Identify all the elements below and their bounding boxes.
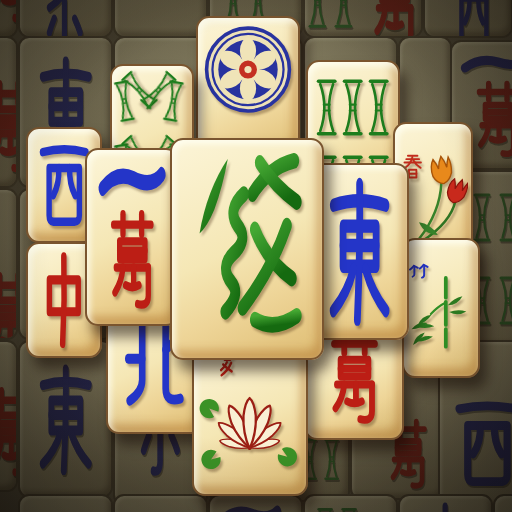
spool-glyph [333,0,354,30]
spool-glyph [341,75,364,140]
tile-east-wind[interactable] [311,163,409,340]
bg-tile-plain [113,0,208,38]
spool-glyph [316,502,334,512]
fa-glyph [186,151,309,347]
east-glyph [33,364,99,475]
spool-glyph [498,181,512,254]
tile-green-dragon[interactable] [170,138,324,360]
east-glyph [416,502,474,512]
plant-glyph [407,244,475,372]
wan-glyph [99,209,166,313]
east-glyph [322,177,397,326]
dongsimp-glyph [128,503,192,512]
tile-lotus-flower[interactable] [192,348,308,496]
bg-tile-east-top [18,0,113,38]
tile-flower-plaque[interactable] [196,16,300,158]
one-glyph [97,162,167,204]
bg-tile-bottom-row [113,494,208,512]
mahjong-board [0,0,512,512]
one-glyph [217,502,283,512]
spool-glyph [340,502,358,512]
bg-tile-west-top-right [423,0,512,38]
spool-glyph [367,75,390,140]
spool-glyph [315,75,338,140]
west-glyph [448,394,512,492]
wan-glyph [0,386,18,481]
one-glyph [459,52,512,77]
bg-tile-wan-top-left-sliver [0,0,18,38]
tile-bamboo-flower[interactable] [402,238,480,378]
spool-glyph [307,0,328,30]
bg-tile-bottom-row [303,494,398,512]
dongsimp-glyph [35,0,95,38]
wan-glyph [0,0,18,27]
bg-tile-bottom-row [208,494,303,512]
bg-tile-east-bottom-left [18,340,113,498]
bg-tile-wan-bottom-left-sliver [0,340,18,492]
wan-glyph [318,329,391,428]
wan-glyph [361,0,423,38]
bg-tile-bamboo-wan-top [303,0,423,38]
tile-one-character[interactable] [85,148,179,326]
bg-tile-wan-left-sliver [0,188,18,340]
west-glyph [449,0,499,38]
spool-glyph [323,433,340,486]
lotus-glyph [197,370,302,491]
plate-glyph [203,24,293,115]
wan-glyph [0,79,18,177]
bg-tile-plain [18,494,113,512]
spool-glyph [498,264,512,337]
wan-glyph [0,271,18,340]
bg-tile-bottom-row [398,494,493,512]
bg-tile-wan-left-sliver [0,36,18,188]
bg-tile-plain [493,494,512,512]
